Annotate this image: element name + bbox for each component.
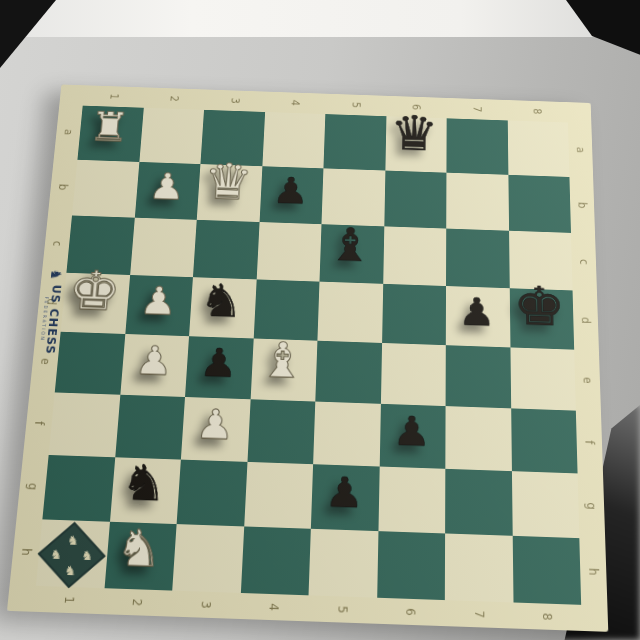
bottom-rank-label-3: 3	[170, 591, 240, 619]
square-f7[interactable]	[445, 406, 511, 471]
square-d6[interactable]	[382, 284, 446, 345]
square-e2[interactable]: ♟	[120, 334, 189, 397]
square-c7[interactable]	[446, 229, 509, 289]
bottom-rank-label-8: 8	[513, 602, 582, 630]
piece-black-knight-d3[interactable]: ♞	[198, 277, 245, 324]
board-border-corner	[7, 585, 36, 612]
top-rank-label-2: 2	[143, 87, 205, 109]
square-d7[interactable]: ♟	[446, 286, 510, 347]
piece-black-knight-g2[interactable]: ♞	[119, 458, 169, 509]
square-f5[interactable]	[313, 402, 380, 467]
square-c4[interactable]	[256, 222, 321, 282]
square-f1[interactable]	[49, 392, 120, 457]
bottom-rank-label-7: 7	[445, 600, 514, 628]
square-g7[interactable]	[445, 469, 512, 536]
top-rank-label-5: 5	[325, 94, 386, 116]
square-g2[interactable]: ♞	[109, 457, 180, 524]
us-chess-knight-icon: ♞	[47, 269, 65, 281]
square-b7[interactable]	[446, 173, 508, 231]
piece-black-pawn-d7[interactable]: ♟	[458, 292, 495, 332]
square-f2[interactable]	[115, 395, 185, 460]
piece-white-queen-b3[interactable]: ♛	[202, 156, 254, 207]
us-chess-logo-knight-icon: ♞	[58, 559, 82, 581]
square-e6[interactable]	[380, 343, 445, 406]
bottom-rank-label-6: 6	[376, 598, 445, 626]
square-f4[interactable]	[247, 399, 315, 464]
right-file-label-h: h	[579, 538, 607, 606]
right-file-label-d: d	[573, 290, 599, 350]
piece-white-pawn-e2[interactable]: ♟	[134, 341, 175, 382]
piece-white-rook-a1[interactable]: ♜	[87, 107, 131, 148]
top-rank-label-8: 8	[507, 100, 568, 123]
square-h6[interactable]	[377, 531, 445, 600]
top-rank-label-4: 4	[265, 92, 326, 114]
piece-white-knight-h2[interactable]: ♞	[114, 522, 164, 574]
square-b6[interactable]	[384, 171, 447, 229]
piece-white-pawn-f3[interactable]: ♟	[195, 404, 236, 446]
square-g6[interactable]	[378, 467, 445, 534]
square-a4[interactable]	[262, 112, 325, 168]
square-g4[interactable]	[244, 462, 313, 529]
us-chess-board-logo: ♞♞♞♞	[37, 522, 105, 588]
square-a2[interactable]	[139, 108, 204, 164]
piece-black-king-d8[interactable]: ♚	[513, 279, 566, 334]
square-a6[interactable]: ♛	[385, 116, 447, 172]
bottom-rank-label-4: 4	[239, 593, 308, 621]
square-f3[interactable]: ♟	[181, 397, 250, 462]
square-d8[interactable]: ♚	[509, 288, 574, 349]
square-g3[interactable]	[177, 460, 247, 527]
square-b8[interactable]	[508, 175, 571, 233]
square-c6[interactable]	[383, 226, 446, 286]
piece-black-pawn-b4[interactable]: ♟	[272, 172, 310, 209]
square-e7[interactable]	[446, 345, 511, 408]
square-c3[interactable]	[193, 220, 259, 280]
right-file-label-b: b	[569, 177, 595, 234]
board-border-corner	[581, 605, 608, 632]
square-a5[interactable]	[323, 114, 386, 170]
bottom-rank-label-5: 5	[308, 595, 377, 623]
bottom-rank-label-1: 1	[33, 586, 104, 614]
piece-black-queen-a6[interactable]: ♛	[390, 108, 439, 157]
square-a7[interactable]	[446, 118, 508, 174]
piece-black-bishop-c5[interactable]: ♝	[327, 222, 373, 269]
right-file-label-g: g	[578, 473, 606, 539]
square-a8[interactable]	[507, 120, 569, 177]
top-rank-label-3: 3	[204, 90, 266, 112]
square-b3[interactable]: ♛	[197, 164, 262, 222]
square-b1[interactable]	[72, 160, 139, 218]
square-g5[interactable]: ♟	[311, 464, 379, 531]
chess-board-perspective: 12345678a♜♛ab♟♛♟bc♝cd♚♟♞♟♚de♟♟♝ef♟♟fg♞♟g…	[7, 84, 608, 631]
square-e1[interactable]	[55, 332, 125, 395]
square-d1[interactable]: ♚	[61, 273, 130, 334]
square-h4[interactable]	[240, 526, 310, 595]
square-g1[interactable]	[42, 455, 114, 522]
square-d3[interactable]: ♞	[189, 277, 256, 338]
square-g8[interactable]	[511, 471, 579, 538]
piece-white-pawn-d2[interactable]: ♟	[138, 281, 178, 320]
square-b2[interactable]: ♟	[134, 162, 200, 220]
square-e3[interactable]: ♟	[185, 336, 253, 399]
piece-black-pawn-g5[interactable]: ♟	[324, 471, 364, 514]
board-border-corner	[567, 102, 591, 123]
piece-black-pawn-f6[interactable]: ♟	[392, 411, 431, 453]
square-e8[interactable]	[510, 347, 576, 410]
square-b4[interactable]: ♟	[259, 166, 323, 224]
top-rank-label-7: 7	[447, 98, 508, 121]
right-file-label-e: e	[574, 350, 601, 412]
right-file-label-a: a	[568, 123, 593, 178]
square-a1[interactable]: ♜	[77, 106, 143, 162]
square-d5[interactable]	[317, 282, 382, 343]
square-f6[interactable]: ♟	[379, 404, 445, 469]
board-border-corner	[59, 84, 84, 105]
square-c5[interactable]: ♝	[319, 224, 383, 284]
square-h7[interactable]	[445, 533, 513, 602]
piece-white-king-d1[interactable]: ♚	[66, 264, 123, 319]
square-f8[interactable]	[511, 408, 578, 473]
piece-white-bishop-e4[interactable]: ♝	[258, 336, 306, 386]
right-file-label-f: f	[576, 411, 603, 475]
bottom-rank-label-2: 2	[102, 588, 172, 616]
square-h5[interactable]	[309, 529, 378, 598]
square-d2[interactable]: ♟	[125, 275, 193, 336]
chess-board-wrapper: 12345678a♜♛ab♟♛♟bc♝cd♚♟♞♟♚de♟♟♝ef♟♟fg♞♟g…	[12, 16, 624, 632]
square-h1[interactable]: ♞♞♞♞	[36, 519, 110, 588]
piece-white-pawn-b2[interactable]: ♟	[148, 168, 187, 205]
square-h8[interactable]	[512, 536, 581, 605]
chess-board[interactable]: 12345678a♜♛ab♟♛♟bc♝cd♚♟♞♟♚de♟♟♝ef♟♟fg♞♟g…	[7, 84, 608, 631]
piece-black-pawn-e3[interactable]: ♟	[199, 343, 239, 384]
square-h3[interactable]	[172, 524, 244, 593]
square-h2[interactable]: ♞	[104, 522, 177, 591]
square-e5[interactable]	[315, 341, 381, 404]
square-e4[interactable]: ♝	[250, 338, 317, 401]
right-file-label-c: c	[571, 233, 597, 291]
square-c2[interactable]	[130, 218, 197, 278]
